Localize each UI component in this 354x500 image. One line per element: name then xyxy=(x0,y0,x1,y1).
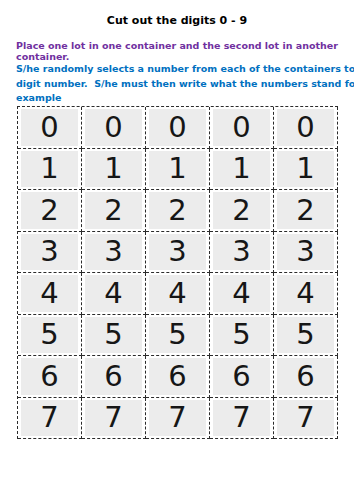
digit-card-label: 6 xyxy=(232,362,250,391)
digit-card: 6 xyxy=(274,356,338,398)
digit-card-label: 5 xyxy=(296,320,314,349)
digit-card-label: 0 xyxy=(232,113,250,142)
digit-card-label: 2 xyxy=(232,196,250,225)
instruction-blue-line-3: example xyxy=(16,91,346,106)
digit-card-label: 7 xyxy=(40,403,58,432)
digit-card: 1 xyxy=(146,149,210,191)
digit-card-label: 3 xyxy=(168,237,186,266)
instruction-blue: S/he randomly selects a number from each… xyxy=(16,62,346,106)
digit-card-label: 3 xyxy=(232,237,250,266)
digit-card-label: 0 xyxy=(104,113,122,142)
digit-card-label: 1 xyxy=(40,154,58,183)
digit-card-label: 0 xyxy=(40,113,58,142)
digit-card-label: 7 xyxy=(104,403,122,432)
digit-card-label: 5 xyxy=(232,320,250,349)
digit-card: 7 xyxy=(146,398,210,440)
digit-card: 5 xyxy=(146,315,210,357)
digit-card: 5 xyxy=(82,315,146,357)
digit-card-label: 4 xyxy=(168,279,186,308)
digit-card-label: 6 xyxy=(296,362,314,391)
digit-card-label: 3 xyxy=(296,237,314,266)
digit-card: 7 xyxy=(82,398,146,440)
digit-card: 6 xyxy=(82,356,146,398)
digit-card-label: 4 xyxy=(104,279,122,308)
digit-card-label: 2 xyxy=(296,196,314,225)
digit-card-label: 7 xyxy=(168,403,186,432)
digit-card-label: 2 xyxy=(104,196,122,225)
digit-card: 6 xyxy=(146,356,210,398)
digit-card: 1 xyxy=(274,149,338,191)
instruction-purple: Place one lot in one container and the s… xyxy=(16,40,342,62)
digit-card-label: 7 xyxy=(232,403,250,432)
worksheet-title: Cut out the digits 0 - 9 xyxy=(0,14,354,27)
digit-card: 7 xyxy=(210,398,274,440)
digit-card: 1 xyxy=(210,149,274,191)
digit-card: 2 xyxy=(146,190,210,232)
digit-card: 0 xyxy=(82,107,146,149)
digit-card-label: 5 xyxy=(168,320,186,349)
digit-card-label: 1 xyxy=(296,154,314,183)
digit-card-label: 7 xyxy=(296,403,314,432)
digit-card: 6 xyxy=(18,356,82,398)
digit-card-label: 6 xyxy=(40,362,58,391)
digit-card: 0 xyxy=(18,107,82,149)
digit-card: 4 xyxy=(18,273,82,315)
digit-card-label: 6 xyxy=(104,362,122,391)
digit-card: 7 xyxy=(274,398,338,440)
digit-card: 5 xyxy=(210,315,274,357)
digit-card: 3 xyxy=(18,232,82,274)
digit-card: 2 xyxy=(82,190,146,232)
digit-card-label: 1 xyxy=(232,154,250,183)
digit-card-label: 5 xyxy=(40,320,58,349)
digit-card-label: 0 xyxy=(296,113,314,142)
digit-card-label: 1 xyxy=(104,154,122,183)
digit-card-label: 2 xyxy=(168,196,186,225)
digit-card: 1 xyxy=(82,149,146,191)
digit-card-label: 5 xyxy=(104,320,122,349)
digit-card: 1 xyxy=(18,149,82,191)
instruction-blue-line-2: digit number. S/he must then write what … xyxy=(16,77,346,92)
digit-card: 2 xyxy=(210,190,274,232)
digit-card-label: 4 xyxy=(296,279,314,308)
digit-card: 2 xyxy=(18,190,82,232)
digit-card: 0 xyxy=(274,107,338,149)
digit-card: 5 xyxy=(274,315,338,357)
digit-card: 2 xyxy=(274,190,338,232)
digit-card-label: 3 xyxy=(104,237,122,266)
digit-grid: 0000011111222223333344444555556666677777 xyxy=(17,106,338,439)
digit-card-label: 3 xyxy=(40,237,58,266)
digit-card: 7 xyxy=(18,398,82,440)
digit-card: 6 xyxy=(210,356,274,398)
digit-card-label: 1 xyxy=(168,154,186,183)
digit-card-label: 0 xyxy=(168,113,186,142)
digit-card: 0 xyxy=(210,107,274,149)
digit-card-label: 2 xyxy=(40,196,58,225)
digit-card: 5 xyxy=(18,315,82,357)
digit-card-label: 4 xyxy=(40,279,58,308)
digit-card-label: 4 xyxy=(232,279,250,308)
digit-card: 4 xyxy=(274,273,338,315)
instruction-blue-line-1: S/he randomly selects a number from each… xyxy=(16,62,346,77)
digit-card: 3 xyxy=(146,232,210,274)
digit-card: 0 xyxy=(146,107,210,149)
digit-card: 4 xyxy=(146,273,210,315)
digit-card: 4 xyxy=(82,273,146,315)
digit-card-label: 6 xyxy=(168,362,186,391)
digit-card: 3 xyxy=(210,232,274,274)
digit-card: 3 xyxy=(82,232,146,274)
digit-card: 4 xyxy=(210,273,274,315)
digit-card: 3 xyxy=(274,232,338,274)
